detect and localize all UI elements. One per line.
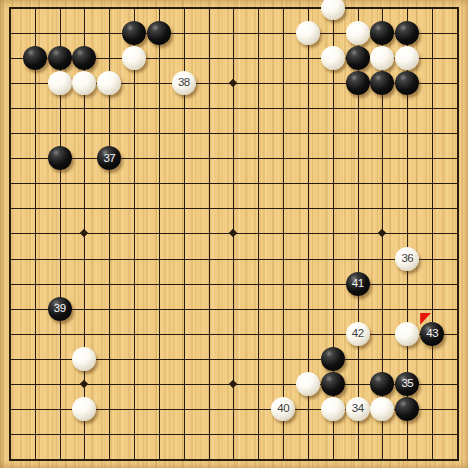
stone-black bbox=[48, 46, 72, 70]
stone-white bbox=[395, 46, 419, 70]
stone-white-42: 42 bbox=[346, 322, 370, 346]
stone-black bbox=[321, 347, 345, 371]
move-number-label: 40 bbox=[277, 403, 289, 415]
stone-white bbox=[72, 71, 96, 95]
move-number-label: 37 bbox=[103, 153, 115, 165]
stone-black bbox=[370, 372, 394, 396]
move-number-label: 42 bbox=[352, 328, 364, 340]
stone-black bbox=[346, 46, 370, 70]
stone-white bbox=[321, 397, 345, 421]
stone-black-39: 39 bbox=[48, 297, 72, 321]
stone-black-43: 43 bbox=[420, 322, 444, 346]
stone-white bbox=[296, 21, 320, 45]
stone-white bbox=[72, 397, 96, 421]
stone-white bbox=[370, 397, 394, 421]
stone-white-38: 38 bbox=[172, 71, 196, 95]
stone-white bbox=[97, 71, 121, 95]
stone-black bbox=[370, 71, 394, 95]
move-number-label: 36 bbox=[401, 253, 413, 265]
stone-black-37: 37 bbox=[97, 146, 121, 170]
move-number-label: 39 bbox=[54, 303, 66, 315]
move-number-label: 34 bbox=[352, 403, 364, 415]
stone-black-35: 35 bbox=[395, 372, 419, 396]
stone-white bbox=[48, 71, 72, 95]
stone-black bbox=[395, 71, 419, 95]
stone-white bbox=[346, 21, 370, 45]
stone-white bbox=[395, 322, 419, 346]
stone-black bbox=[23, 46, 47, 70]
move-number-label: 43 bbox=[426, 328, 438, 340]
stone-white bbox=[72, 347, 96, 371]
stone-black bbox=[395, 397, 419, 421]
stone-black bbox=[321, 372, 345, 396]
stone-black bbox=[395, 21, 419, 45]
stone-black bbox=[370, 21, 394, 45]
stone-white bbox=[321, 0, 345, 20]
stone-white bbox=[122, 46, 146, 70]
stone-white-40: 40 bbox=[271, 397, 295, 421]
move-number-label: 41 bbox=[352, 278, 364, 290]
stone-white bbox=[370, 46, 394, 70]
stone-black bbox=[72, 46, 96, 70]
stone-black bbox=[346, 71, 370, 95]
stone-white bbox=[321, 46, 345, 70]
stone-white bbox=[296, 372, 320, 396]
stone-white-34: 34 bbox=[346, 397, 370, 421]
stone-black bbox=[122, 21, 146, 45]
stone-white-36: 36 bbox=[395, 247, 419, 271]
stone-black-41: 41 bbox=[346, 272, 370, 296]
stone-black bbox=[147, 21, 171, 45]
stone-black bbox=[48, 146, 72, 170]
go-board[interactable]: 38373641394243354034 bbox=[0, 0, 468, 468]
move-number-label: 35 bbox=[401, 378, 413, 390]
move-number-label: 38 bbox=[178, 77, 190, 89]
